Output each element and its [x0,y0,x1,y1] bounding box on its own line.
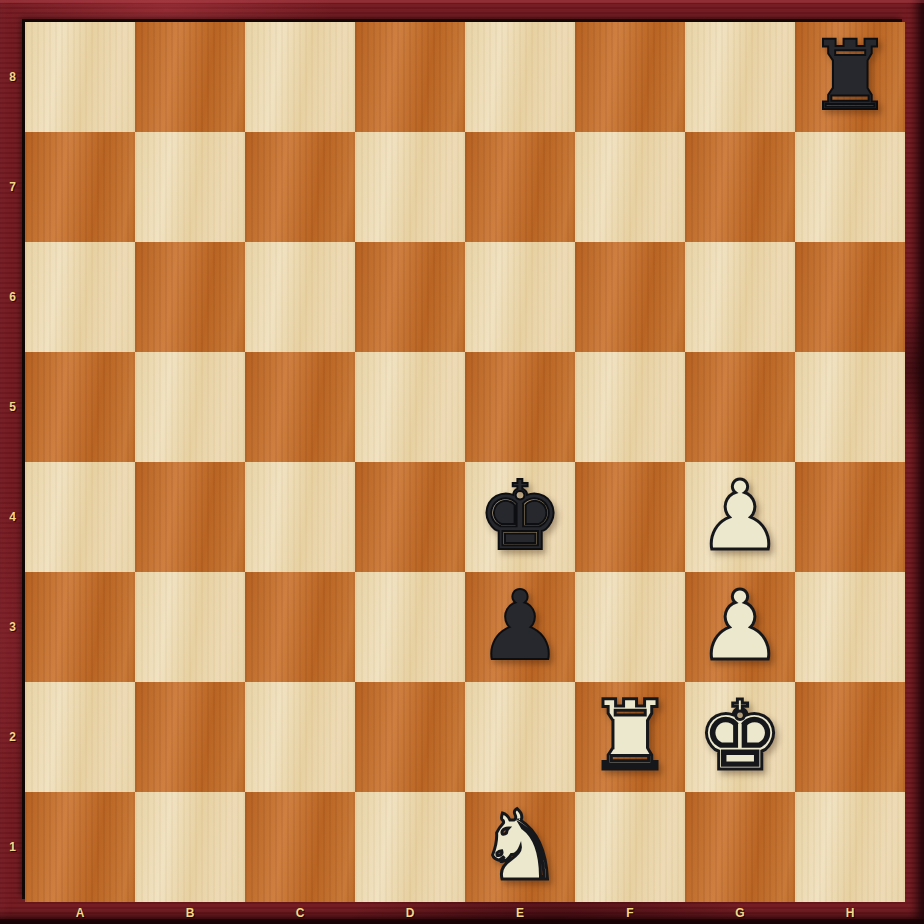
rank-labels: 87654321 [0,22,25,902]
square-e2[interactable] [465,682,575,792]
piece-white-knight-e1[interactable]: ♞ [465,792,575,902]
square-b7[interactable] [135,132,245,242]
file-label-d: D [355,902,465,924]
square-a8[interactable] [25,22,135,132]
piece-black-pawn-e3[interactable]: ♟ [465,572,575,682]
square-e5[interactable] [465,352,575,462]
file-label-g: G [685,902,795,924]
square-d3[interactable] [355,572,465,682]
rank-label-8: 8 [0,22,25,132]
square-a2[interactable] [25,682,135,792]
square-c3[interactable] [245,572,355,682]
square-b3[interactable] [135,572,245,682]
square-d4[interactable] [355,462,465,572]
square-c4[interactable] [245,462,355,572]
piece-white-king-g2[interactable]: ♚ [685,682,795,792]
file-label-e: E [465,902,575,924]
square-a1[interactable] [25,792,135,902]
square-c6[interactable] [245,242,355,352]
square-g7[interactable] [685,132,795,242]
piece-black-king-e4[interactable]: ♚ [465,462,575,572]
file-label-a: A [25,902,135,924]
square-f8[interactable] [575,22,685,132]
piece-white-rook-f2[interactable]: ♜ [575,682,685,792]
square-d8[interactable] [355,22,465,132]
chess-board[interactable]: ♜♚♟♟♟♜♚♞ [25,22,905,902]
square-e7[interactable] [465,132,575,242]
square-b1[interactable] [135,792,245,902]
square-c1[interactable] [245,792,355,902]
square-a4[interactable] [25,462,135,572]
square-e8[interactable] [465,22,575,132]
square-g6[interactable] [685,242,795,352]
square-g8[interactable] [685,22,795,132]
file-labels: ABCDEFGH [25,902,905,924]
square-e1[interactable]: ♞ [465,792,575,902]
square-c5[interactable] [245,352,355,462]
square-h4[interactable] [795,462,905,572]
square-h1[interactable] [795,792,905,902]
piece-white-pawn-g3[interactable]: ♟ [685,572,795,682]
rank-label-1: 1 [0,792,25,902]
square-d7[interactable] [355,132,465,242]
file-label-f: F [575,902,685,924]
square-b5[interactable] [135,352,245,462]
square-g1[interactable] [685,792,795,902]
file-label-b: B [135,902,245,924]
square-h7[interactable] [795,132,905,242]
rank-label-5: 5 [0,352,25,462]
square-a6[interactable] [25,242,135,352]
square-f1[interactable] [575,792,685,902]
rank-label-2: 2 [0,682,25,792]
square-a3[interactable] [25,572,135,682]
board-frame: 87654321 ABCDEFGH ♜♚♟♟♟♜♚♞ [0,0,924,924]
square-d6[interactable] [355,242,465,352]
square-f4[interactable] [575,462,685,572]
piece-black-rook-h8[interactable]: ♜ [795,22,905,132]
square-f5[interactable] [575,352,685,462]
square-d2[interactable] [355,682,465,792]
square-c8[interactable] [245,22,355,132]
file-label-c: C [245,902,355,924]
square-a5[interactable] [25,352,135,462]
square-b2[interactable] [135,682,245,792]
square-g3[interactable]: ♟ [685,572,795,682]
rank-label-3: 3 [0,572,25,682]
square-h2[interactable] [795,682,905,792]
square-b6[interactable] [135,242,245,352]
rank-label-7: 7 [0,132,25,242]
square-f7[interactable] [575,132,685,242]
square-h8[interactable]: ♜ [795,22,905,132]
square-g4[interactable]: ♟ [685,462,795,572]
square-h3[interactable] [795,572,905,682]
square-f3[interactable] [575,572,685,682]
rank-label-6: 6 [0,242,25,352]
square-g2[interactable]: ♚ [685,682,795,792]
square-d5[interactable] [355,352,465,462]
square-c2[interactable] [245,682,355,792]
piece-white-pawn-g4[interactable]: ♟ [685,462,795,572]
square-e6[interactable] [465,242,575,352]
square-e4[interactable]: ♚ [465,462,575,572]
square-b4[interactable] [135,462,245,572]
square-f6[interactable] [575,242,685,352]
square-a7[interactable] [25,132,135,242]
square-c7[interactable] [245,132,355,242]
square-f2[interactable]: ♜ [575,682,685,792]
square-e3[interactable]: ♟ [465,572,575,682]
square-d1[interactable] [355,792,465,902]
square-b8[interactable] [135,22,245,132]
square-h5[interactable] [795,352,905,462]
square-g5[interactable] [685,352,795,462]
file-label-h: H [795,902,905,924]
rank-label-4: 4 [0,462,25,572]
square-h6[interactable] [795,242,905,352]
